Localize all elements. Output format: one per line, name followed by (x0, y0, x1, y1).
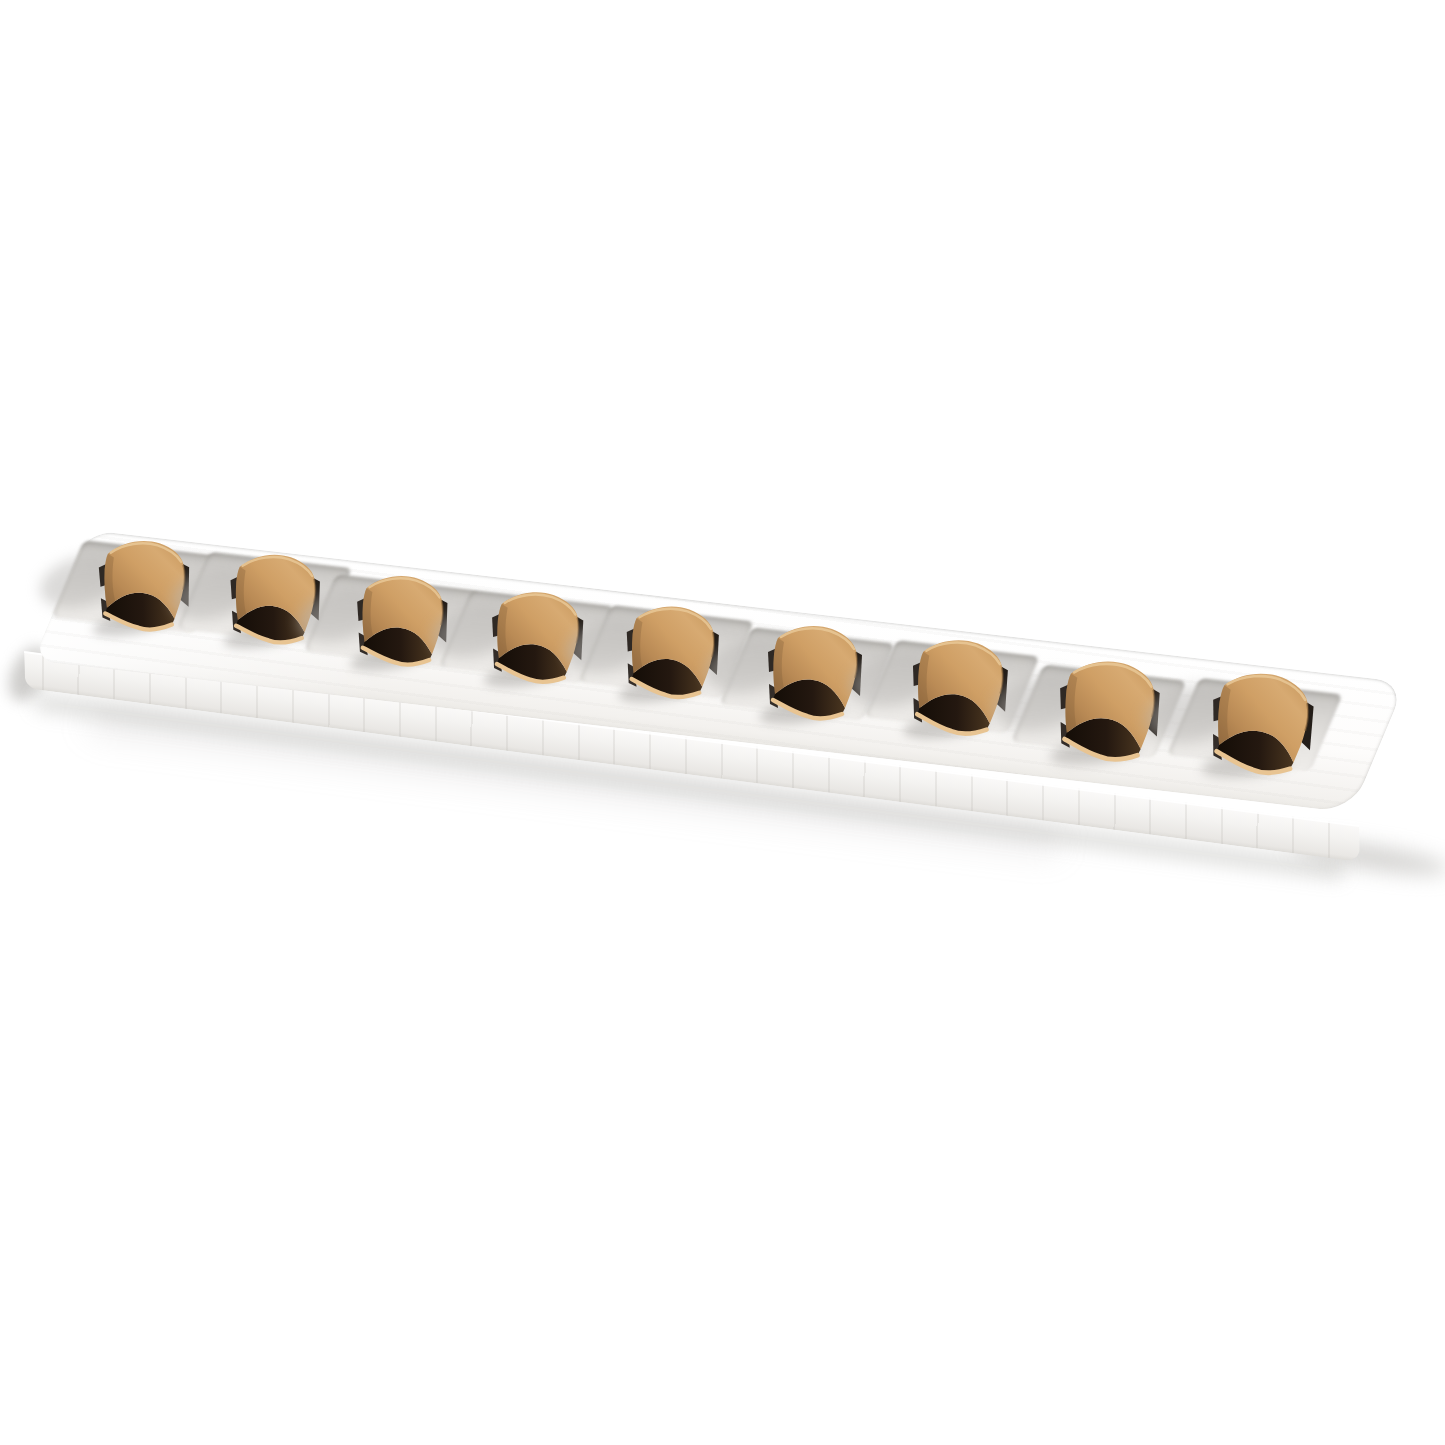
product-photo (0, 0, 1445, 1445)
ring-holder-9 (1143, 644, 1383, 802)
